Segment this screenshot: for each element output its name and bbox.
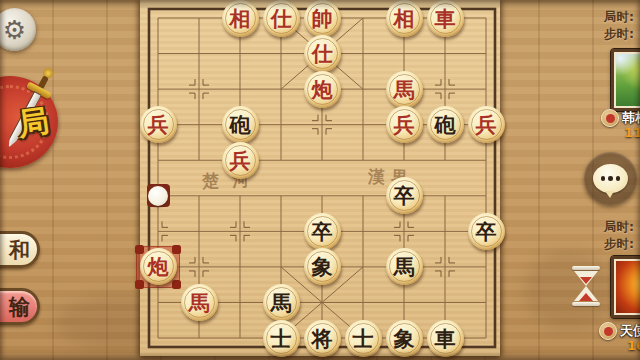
piece-black-r3c2[interactable]: 砲 [222, 106, 259, 143]
move-time-label: 步时: [604, 235, 640, 252]
piece-red-r0c2[interactable]: 相 [222, 0, 259, 37]
emblem-character: 局 [15, 100, 52, 146]
piece-red-r2c6[interactable]: 馬 [386, 71, 423, 108]
top-player-rating: 117 [624, 125, 640, 140]
draw-button[interactable]: 和 [0, 231, 40, 268]
mountain-watermark [525, 250, 615, 330]
emblem-rosette [0, 76, 58, 168]
piece-red-r7c0[interactable]: 炮 [140, 248, 177, 285]
piece-red-r3c0[interactable]: 兵 [140, 106, 177, 143]
piece-black-r6c4[interactable]: 卒 [304, 213, 341, 250]
draw-button-label: 和 [9, 236, 30, 264]
bottom-player-rank-badge-icon [599, 322, 617, 340]
top-player-timers: 局时: 步时: [604, 8, 640, 42]
bottom-player-rating: 16 [627, 338, 640, 353]
piece-red-r8c1[interactable]: 馬 [181, 284, 218, 321]
piece-red-r3c8[interactable]: 兵 [468, 106, 505, 143]
hourglass-icon [571, 266, 601, 306]
xiangqi-board[interactable]: 楚河 漢界 相仕帥相車仕炮馬兵砲兵砲兵兵卒卒卒炮象馬馬馬士将士象車 [140, 0, 500, 356]
piece-black-r9c7[interactable]: 車 [427, 320, 464, 357]
piece-red-r0c3[interactable]: 仕 [263, 0, 300, 37]
piece-red-r3c6[interactable]: 兵 [386, 106, 423, 143]
top-player-rank-badge-icon [601, 109, 619, 127]
game-screen: ⚙ 局 和 输 楚河 漢界 相仕帥相車仕炮馬兵砲兵砲兵兵卒卒卒炮象馬馬馬士将士象… [0, 0, 640, 360]
piece-red-r0c4[interactable]: 帥 [304, 0, 341, 37]
bottom-player-timers: 局时: 步时: [604, 218, 640, 252]
piece-black-r9c6[interactable]: 象 [386, 320, 423, 357]
piece-black-r6c8[interactable]: 卒 [468, 213, 505, 250]
move-time-label: 步时: [604, 25, 640, 42]
game-time-label: 局时: [604, 218, 640, 235]
resign-button[interactable]: 输 [0, 288, 40, 325]
piece-black-r5c6[interactable]: 卒 [386, 177, 423, 214]
speech-bubble-icon [593, 164, 628, 193]
piece-red-r2c4[interactable]: 炮 [304, 71, 341, 108]
piece-black-r3c7[interactable]: 砲 [427, 106, 464, 143]
top-player-avatar[interactable] [611, 49, 640, 111]
piece-black-r7c4[interactable]: 象 [304, 248, 341, 285]
game-time-label: 局时: [604, 8, 640, 25]
piece-red-r4c2[interactable]: 兵 [222, 142, 259, 179]
bottom-player-avatar[interactable] [611, 256, 640, 318]
settings-button[interactable]: ⚙ [0, 8, 36, 51]
sword-icon [0, 63, 62, 156]
piece-black-r9c4[interactable]: 将 [304, 320, 341, 357]
last-move-origin-marker [148, 186, 168, 206]
piece-red-r0c6[interactable]: 相 [386, 0, 423, 37]
piece-black-r7c6[interactable]: 馬 [386, 248, 423, 285]
piece-black-r9c5[interactable]: 士 [345, 320, 382, 357]
piece-red-r1c4[interactable]: 仕 [304, 35, 341, 72]
piece-black-r9c3[interactable]: 士 [263, 320, 300, 357]
gear-icon: ⚙ [3, 17, 26, 43]
piece-red-r0c7[interactable]: 車 [427, 0, 464, 37]
piece-black-r8c3[interactable]: 馬 [263, 284, 300, 321]
resign-button-label: 输 [9, 293, 30, 321]
game-mode-emblem: 局 [0, 66, 70, 174]
chat-button[interactable] [584, 152, 637, 205]
